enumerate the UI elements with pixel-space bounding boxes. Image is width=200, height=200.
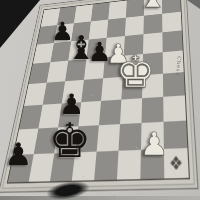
square-g5 xyxy=(143,52,163,75)
square-g2 xyxy=(141,122,164,150)
square-h6 xyxy=(162,30,182,52)
square-d5 xyxy=(84,57,105,79)
square-e3 xyxy=(99,100,121,126)
square-d6 xyxy=(86,38,106,59)
square-g4 xyxy=(142,74,163,99)
square-d7 xyxy=(89,20,109,40)
square-g6 xyxy=(143,32,163,54)
square-h3 xyxy=(163,95,186,121)
square-d1 xyxy=(72,152,97,181)
square-g3 xyxy=(142,97,164,123)
square-h4 xyxy=(163,72,185,97)
square-f6 xyxy=(124,34,144,56)
square-e2 xyxy=(97,124,120,151)
square-f4 xyxy=(121,75,142,99)
square-f3 xyxy=(120,98,142,124)
square-d8 xyxy=(91,2,110,21)
board-grid: ❖ xyxy=(8,0,189,182)
square-e7 xyxy=(107,18,126,38)
square-h1: ❖ xyxy=(164,148,189,178)
square-g1 xyxy=(140,149,164,179)
square-f2 xyxy=(119,123,142,151)
board-logo-emblem: ❖ xyxy=(164,148,189,178)
square-e4 xyxy=(101,77,123,101)
square-f1 xyxy=(117,150,141,180)
square-e8 xyxy=(108,0,127,19)
square-f7 xyxy=(125,16,144,36)
square-f5 xyxy=(123,54,143,77)
square-e6 xyxy=(105,36,125,57)
square-d3 xyxy=(78,101,101,126)
square-g7 xyxy=(143,14,162,34)
chess-board: ❖ xyxy=(0,0,199,193)
square-h7 xyxy=(162,12,182,33)
square-d4 xyxy=(81,78,103,102)
square-e5 xyxy=(103,56,124,79)
square-h2 xyxy=(164,121,188,149)
chessboard-photo: ❖ ♝♟♝♟♟♚♟♚♟♟ Chess xyxy=(0,0,200,200)
table-edge-line xyxy=(0,196,200,200)
square-e1 xyxy=(94,151,118,180)
square-d2 xyxy=(75,125,99,152)
